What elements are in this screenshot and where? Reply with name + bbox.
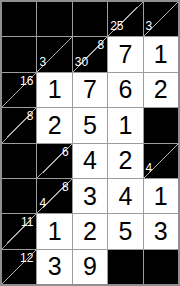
cell-r1c1-black (2, 2, 36, 36)
cell-r5c2-clue: 6 (37, 144, 71, 178)
cell-r4c1-clue: 8 (2, 108, 36, 142)
across-clue: 12 (20, 252, 33, 264)
solution-digit: 1 (48, 219, 62, 244)
cell-r8c1-clue: 12 (2, 250, 36, 284)
cell-r7c2-value[interactable]: 1 (37, 214, 71, 248)
cell-r4c2-value[interactable]: 2 (37, 108, 71, 142)
cell-r6c1-black (2, 179, 36, 213)
cell-r2c5-value[interactable]: 1 (144, 37, 178, 71)
solution-digit: 7 (83, 77, 97, 102)
solution-digit: 3 (154, 219, 168, 244)
solution-digit: 1 (48, 77, 62, 102)
cell-r4c3-value[interactable]: 5 (73, 108, 107, 142)
down-clue: 3 (146, 20, 153, 32)
solution-digit: 1 (118, 113, 132, 138)
solution-digit: 3 (83, 184, 97, 209)
cell-r8c2-value[interactable]: 3 (37, 250, 71, 284)
cell-r2c4-value[interactable]: 7 (108, 37, 142, 71)
solution-digit: 6 (118, 77, 132, 102)
cell-r6c3-value[interactable]: 3 (73, 179, 107, 213)
solution-digit: 3 (48, 254, 62, 279)
cell-r1c3-black (73, 2, 107, 36)
cell-r7c3-value[interactable]: 2 (73, 214, 107, 248)
cell-r3c4-value[interactable]: 6 (108, 73, 142, 107)
solution-digit: 9 (83, 254, 97, 279)
solution-digit: 1 (154, 184, 168, 209)
solution-digit: 4 (118, 184, 132, 209)
cell-r2c1-black (2, 37, 36, 71)
cell-r5c5-clue: 4 (144, 144, 178, 178)
cell-r1c2-black (37, 2, 71, 36)
cell-r2c3-clue: 830 (73, 37, 107, 71)
cell-r3c1-clue: 16 (2, 73, 36, 107)
solution-digit: 5 (83, 113, 97, 138)
solution-digit: 2 (118, 148, 132, 173)
cell-r6c4-value[interactable]: 4 (108, 179, 142, 213)
cell-r6c2-clue: 84 (37, 179, 71, 213)
down-clue: 4 (146, 162, 153, 174)
down-clue: 3 (39, 56, 46, 68)
cell-r6c5-value[interactable]: 1 (144, 179, 178, 213)
across-clue: 8 (98, 39, 105, 51)
cell-r3c2-value[interactable]: 1 (37, 73, 71, 107)
down-clue: 25 (110, 20, 123, 32)
solution-digit: 2 (48, 113, 62, 138)
across-clue: 8 (27, 110, 34, 122)
cell-r8c4-black (108, 250, 142, 284)
cell-r5c4-value[interactable]: 2 (108, 144, 142, 178)
cell-r2c2-clue: 3 (37, 37, 71, 71)
cell-r3c3-value[interactable]: 7 (73, 73, 107, 107)
solution-digit: 2 (154, 77, 168, 102)
cell-r8c5-black (144, 250, 178, 284)
solution-digit: 5 (118, 219, 132, 244)
solution-digit: 1 (154, 42, 168, 67)
cell-r1c4-clue: 25 (108, 2, 142, 36)
across-clue: 11 (21, 216, 33, 228)
kakuro-board: 25338307116176282516424843411112531239 (0, 0, 180, 286)
cell-r8c3-value[interactable]: 9 (73, 250, 107, 284)
across-clue: 8 (62, 181, 69, 193)
cell-r7c4-value[interactable]: 5 (108, 214, 142, 248)
across-clue: 6 (62, 146, 69, 158)
down-clue: 30 (75, 56, 88, 68)
down-clue: 4 (39, 197, 46, 209)
cell-r7c5-value[interactable]: 3 (144, 214, 178, 248)
cell-r4c5-black (144, 108, 178, 142)
cell-r5c3-value[interactable]: 4 (73, 144, 107, 178)
cell-r1c5-clue: 3 (144, 2, 178, 36)
solution-digit: 7 (118, 42, 132, 67)
cell-r4c4-value[interactable]: 1 (108, 108, 142, 142)
solution-digit: 4 (83, 148, 97, 173)
across-clue: 16 (20, 75, 33, 87)
solution-digit: 2 (83, 219, 97, 244)
cell-r5c1-black (2, 144, 36, 178)
cell-r3c5-value[interactable]: 2 (144, 73, 178, 107)
cell-r7c1-clue: 11 (2, 214, 36, 248)
